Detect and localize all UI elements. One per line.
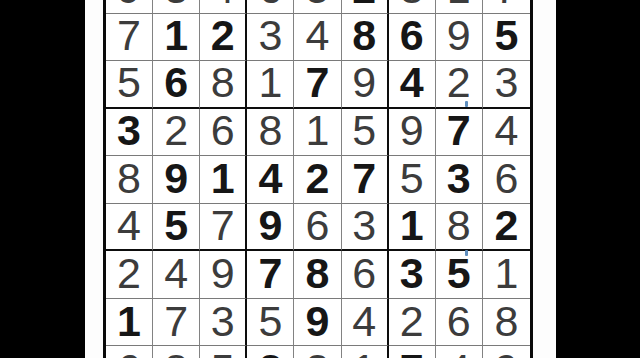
cell-r7c9: 1 xyxy=(483,251,530,299)
cell-r5c3: 1 xyxy=(200,156,247,204)
cell-r3c8: 2 xyxy=(436,61,483,109)
cell-r7c3: 9 xyxy=(200,251,247,299)
cell-r5c2: 9 xyxy=(153,156,200,204)
cell-r3c5: 7 xyxy=(294,61,341,109)
cell-r2c9: 5 xyxy=(483,14,530,62)
sudoku-grid: 9346528177123486955681794233268159748914… xyxy=(103,0,533,358)
cell-r9c2: 8 xyxy=(153,346,200,358)
cell-r2c1: 7 xyxy=(106,14,153,62)
cell-r8c9: 8 xyxy=(483,299,530,347)
cell-r9c1: 6 xyxy=(106,346,153,358)
cell-r9c9: 9 xyxy=(483,346,530,358)
cell-r9c4: 2 xyxy=(247,346,294,358)
cell-r5c7: 5 xyxy=(389,156,436,204)
cell-r3c6: 9 xyxy=(342,61,389,109)
cell-r9c5: 3 xyxy=(294,346,341,358)
cell-r8c7: 2 xyxy=(389,299,436,347)
cell-r4c5: 1 xyxy=(294,109,341,157)
cell-r4c1: 3 xyxy=(106,109,153,157)
cell-r2c6: 8 xyxy=(342,14,389,62)
cell-r2c3: 2 xyxy=(200,14,247,62)
cell-r4c4: 8 xyxy=(247,109,294,157)
letterbox-left xyxy=(0,0,85,358)
cell-r9c8: 4 xyxy=(436,346,483,358)
sudoku-panel: 9346528177123486955681794233268159748914… xyxy=(85,0,556,358)
cell-r6c1: 4 xyxy=(106,204,153,252)
video-frame: 9346528177123486955681794233268159748914… xyxy=(0,0,640,358)
cell-r6c9: 2 xyxy=(483,204,530,252)
cell-r2c7: 6 xyxy=(389,14,436,62)
cell-r6c4: 9 xyxy=(247,204,294,252)
cell-r5c5: 2 xyxy=(294,156,341,204)
cell-r7c8: 5 xyxy=(436,251,483,299)
cell-r8c2: 7 xyxy=(153,299,200,347)
cell-r3c1: 5 xyxy=(106,61,153,109)
letterbox-right xyxy=(556,0,640,358)
cell-r5c1: 8 xyxy=(106,156,153,204)
cell-r7c7: 3 xyxy=(389,251,436,299)
cell-r4c8: 7 xyxy=(436,109,483,157)
cell-r9c6: 1 xyxy=(342,346,389,358)
cell-r2c2: 1 xyxy=(153,14,200,62)
cell-r3c3: 8 xyxy=(200,61,247,109)
cell-r6c5: 6 xyxy=(294,204,341,252)
cell-r7c5: 8 xyxy=(294,251,341,299)
cell-r7c6: 6 xyxy=(342,251,389,299)
cell-r8c8: 6 xyxy=(436,299,483,347)
cell-r3c7: 4 xyxy=(389,61,436,109)
cell-r5c6: 7 xyxy=(342,156,389,204)
cell-r8c3: 3 xyxy=(200,299,247,347)
blue-artifact-speck xyxy=(465,250,468,256)
cell-r7c2: 4 xyxy=(153,251,200,299)
cell-r8c5: 9 xyxy=(294,299,341,347)
cell-r5c9: 6 xyxy=(483,156,530,204)
cell-r2c8: 9 xyxy=(436,14,483,62)
cell-r4c9: 4 xyxy=(483,109,530,157)
cell-r9c3: 5 xyxy=(200,346,247,358)
cell-r5c4: 4 xyxy=(247,156,294,204)
cell-r6c8: 8 xyxy=(436,204,483,252)
cell-r7c4: 7 xyxy=(247,251,294,299)
cell-r8c4: 5 xyxy=(247,299,294,347)
cell-r3c4: 1 xyxy=(247,61,294,109)
cell-r5c8: 3 xyxy=(436,156,483,204)
cell-r4c2: 2 xyxy=(153,109,200,157)
cell-r4c6: 5 xyxy=(342,109,389,157)
blue-artifact-speck xyxy=(465,101,468,107)
cell-r6c2: 5 xyxy=(153,204,200,252)
cell-r6c3: 7 xyxy=(200,204,247,252)
cell-r2c4: 3 xyxy=(247,14,294,62)
cell-r3c2: 6 xyxy=(153,61,200,109)
cell-r7c1: 2 xyxy=(106,251,153,299)
cell-r3c9: 3 xyxy=(483,61,530,109)
cell-r4c3: 6 xyxy=(200,109,247,157)
cell-r8c6: 4 xyxy=(342,299,389,347)
cell-r4c7: 9 xyxy=(389,109,436,157)
cell-r6c7: 1 xyxy=(389,204,436,252)
cell-r8c1: 1 xyxy=(106,299,153,347)
cell-r2c5: 4 xyxy=(294,14,341,62)
cell-r9c7: 7 xyxy=(389,346,436,358)
cell-r6c6: 3 xyxy=(342,204,389,252)
